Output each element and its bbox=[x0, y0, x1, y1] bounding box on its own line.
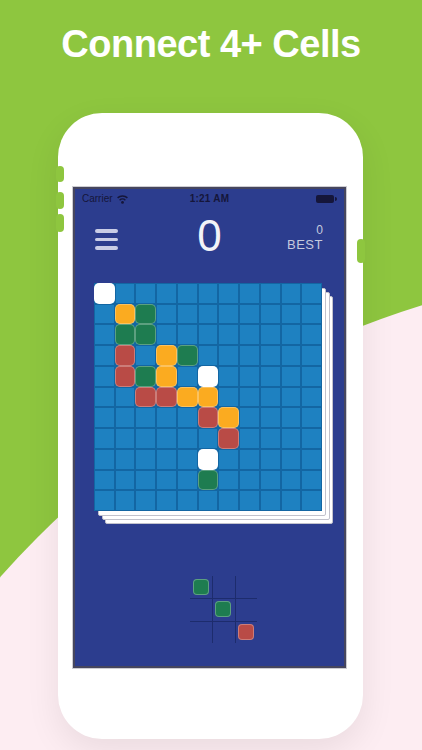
board-cell[interactable] bbox=[95, 367, 114, 386]
green-tile bbox=[135, 304, 156, 325]
yellow-tile bbox=[156, 345, 177, 366]
board-cell[interactable] bbox=[240, 325, 259, 344]
board-cell[interactable] bbox=[302, 367, 321, 386]
board-cell[interactable] bbox=[178, 429, 197, 448]
board-cell[interactable] bbox=[302, 408, 321, 427]
board-cell[interactable] bbox=[136, 491, 155, 510]
board-cell[interactable] bbox=[302, 325, 321, 344]
best-score-label: BEST bbox=[287, 237, 323, 252]
board-cell[interactable] bbox=[157, 408, 176, 427]
board-cell[interactable] bbox=[116, 388, 135, 407]
board-cell[interactable] bbox=[219, 429, 238, 448]
board-cell[interactable] bbox=[178, 284, 197, 303]
board-cell[interactable] bbox=[190, 576, 212, 598]
white-tile bbox=[198, 366, 219, 387]
board-cell[interactable] bbox=[282, 388, 301, 407]
board-cell[interactable] bbox=[199, 408, 218, 427]
board-cell[interactable] bbox=[235, 621, 257, 643]
red-tile bbox=[156, 387, 177, 408]
board-cell[interactable] bbox=[136, 471, 155, 490]
board-cell[interactable] bbox=[178, 325, 197, 344]
board-cell[interactable] bbox=[199, 471, 218, 490]
green-tile bbox=[135, 366, 156, 387]
board-cell[interactable] bbox=[302, 471, 321, 490]
board-cell[interactable] bbox=[116, 471, 135, 490]
board-cell[interactable] bbox=[219, 388, 238, 407]
board-cell[interactable] bbox=[212, 598, 234, 620]
board-cell[interactable] bbox=[199, 367, 218, 386]
board-cell[interactable] bbox=[95, 491, 114, 510]
board-cell[interactable] bbox=[240, 491, 259, 510]
board-cell[interactable] bbox=[178, 388, 197, 407]
board-stack bbox=[94, 283, 322, 511]
green-tile bbox=[198, 470, 219, 491]
board-cell[interactable] bbox=[178, 408, 197, 427]
board-cell[interactable] bbox=[302, 429, 321, 448]
board-cell[interactable] bbox=[178, 471, 197, 490]
board-cell[interactable] bbox=[199, 491, 218, 510]
board-cell[interactable] bbox=[261, 346, 280, 365]
board-cell[interactable] bbox=[219, 450, 238, 469]
board-cell[interactable] bbox=[219, 325, 238, 344]
status-bar: Carrier 1:21 AM bbox=[75, 189, 344, 208]
green-tile bbox=[177, 345, 198, 366]
board-cell[interactable] bbox=[219, 491, 238, 510]
volume-up-button bbox=[56, 192, 64, 209]
board-cell[interactable] bbox=[136, 367, 155, 386]
board-cell[interactable] bbox=[199, 450, 218, 469]
board-cell[interactable] bbox=[261, 388, 280, 407]
board-cell[interactable] bbox=[178, 450, 197, 469]
board-cell[interactable] bbox=[212, 621, 234, 643]
red-tile bbox=[135, 387, 156, 408]
board-cell[interactable] bbox=[178, 305, 197, 324]
next-piece-preview[interactable] bbox=[190, 576, 257, 643]
yellow-tile bbox=[218, 407, 239, 428]
white-tile bbox=[198, 449, 219, 470]
app-screen: Carrier 1:21 AM 0 0 BEST bbox=[73, 187, 346, 668]
red-tile bbox=[115, 345, 136, 366]
board-cell[interactable] bbox=[261, 429, 280, 448]
game-board[interactable] bbox=[94, 283, 322, 511]
board-cell[interactable] bbox=[282, 325, 301, 344]
board-cell[interactable] bbox=[95, 471, 114, 490]
board-cell[interactable] bbox=[282, 408, 301, 427]
board-cell[interactable] bbox=[136, 408, 155, 427]
board-cell[interactable] bbox=[199, 305, 218, 324]
board-cell[interactable] bbox=[157, 429, 176, 448]
board-cell[interactable] bbox=[178, 491, 197, 510]
board-cell[interactable] bbox=[157, 491, 176, 510]
board-cell[interactable] bbox=[178, 367, 197, 386]
board-cell[interactable] bbox=[261, 367, 280, 386]
board-cell[interactable] bbox=[136, 284, 155, 303]
board-cell[interactable] bbox=[157, 471, 176, 490]
board-cell[interactable] bbox=[199, 429, 218, 448]
board-cell[interactable] bbox=[95, 305, 114, 324]
board-cell[interactable] bbox=[157, 325, 176, 344]
board-cell[interactable] bbox=[282, 491, 301, 510]
board-cell[interactable] bbox=[302, 346, 321, 365]
board-cell[interactable] bbox=[302, 305, 321, 324]
board-cell[interactable] bbox=[157, 388, 176, 407]
board-cell[interactable] bbox=[199, 388, 218, 407]
board-cell[interactable] bbox=[136, 346, 155, 365]
board-cell[interactable] bbox=[95, 325, 114, 344]
board-cell[interactable] bbox=[95, 284, 114, 303]
green-tile bbox=[193, 579, 209, 595]
red-tile bbox=[218, 428, 239, 449]
wifi-icon bbox=[116, 194, 129, 204]
best-score-value: 0 bbox=[287, 224, 323, 237]
board-cell[interactable] bbox=[157, 284, 176, 303]
board-cell[interactable] bbox=[219, 367, 238, 386]
board-cell[interactable] bbox=[116, 305, 135, 324]
board-cell[interactable] bbox=[199, 346, 218, 365]
board-cell[interactable] bbox=[212, 576, 234, 598]
board-cell[interactable] bbox=[240, 305, 259, 324]
green-tile bbox=[215, 601, 231, 617]
board-cell[interactable] bbox=[235, 598, 257, 620]
board-cell[interactable] bbox=[261, 408, 280, 427]
board-cell[interactable] bbox=[282, 367, 301, 386]
yellow-tile bbox=[177, 387, 198, 408]
board-cell[interactable] bbox=[116, 429, 135, 448]
board-cell[interactable] bbox=[95, 429, 114, 448]
board-cell[interactable] bbox=[157, 367, 176, 386]
board-cell[interactable] bbox=[302, 284, 321, 303]
board-cell[interactable] bbox=[95, 408, 114, 427]
board-cell[interactable] bbox=[199, 284, 218, 303]
board-cell[interactable] bbox=[157, 450, 176, 469]
board-cell[interactable] bbox=[219, 471, 238, 490]
board-cell[interactable] bbox=[261, 450, 280, 469]
board-cell[interactable] bbox=[136, 450, 155, 469]
white-tile bbox=[94, 283, 115, 304]
red-tile bbox=[198, 407, 219, 428]
power-button bbox=[357, 239, 365, 263]
yellow-tile bbox=[198, 387, 219, 408]
yellow-tile bbox=[115, 304, 136, 325]
board-cell[interactable] bbox=[240, 388, 259, 407]
board-cell[interactable] bbox=[136, 305, 155, 324]
board-cell[interactable] bbox=[219, 346, 238, 365]
board-cell[interactable] bbox=[219, 284, 238, 303]
board-cell[interactable] bbox=[282, 450, 301, 469]
board-cell[interactable] bbox=[302, 450, 321, 469]
green-tile bbox=[115, 324, 136, 345]
board-cell[interactable] bbox=[136, 388, 155, 407]
board-cell[interactable] bbox=[235, 576, 257, 598]
board-cell[interactable] bbox=[116, 325, 135, 344]
board-cell[interactable] bbox=[240, 408, 259, 427]
board-cell[interactable] bbox=[240, 429, 259, 448]
board-cell[interactable] bbox=[261, 491, 280, 510]
board-cell[interactable] bbox=[199, 325, 218, 344]
battery-icon bbox=[316, 195, 334, 203]
board-cell[interactable] bbox=[178, 346, 197, 365]
best-score: 0 BEST bbox=[287, 224, 323, 252]
board-cell[interactable] bbox=[240, 367, 259, 386]
board-cell[interactable] bbox=[282, 471, 301, 490]
board-cell[interactable] bbox=[261, 471, 280, 490]
board-cell[interactable] bbox=[240, 284, 259, 303]
board-cell[interactable] bbox=[302, 491, 321, 510]
board-cell[interactable] bbox=[136, 429, 155, 448]
board-cell[interactable] bbox=[116, 346, 135, 365]
board-cell[interactable] bbox=[95, 388, 114, 407]
board-cell[interactable] bbox=[261, 284, 280, 303]
board-cell[interactable] bbox=[190, 598, 212, 620]
board-cell[interactable] bbox=[282, 305, 301, 324]
yellow-tile bbox=[156, 366, 177, 387]
board-cell[interactable] bbox=[282, 429, 301, 448]
board-cell[interactable] bbox=[95, 346, 114, 365]
board-cell[interactable] bbox=[240, 471, 259, 490]
board-cell[interactable] bbox=[116, 408, 135, 427]
board-cell[interactable] bbox=[261, 305, 280, 324]
board-cell[interactable] bbox=[157, 305, 176, 324]
board-cell[interactable] bbox=[240, 346, 259, 365]
board-cell[interactable] bbox=[116, 284, 135, 303]
board-cell[interactable] bbox=[240, 450, 259, 469]
volume-down-button bbox=[56, 214, 64, 232]
board-cell[interactable] bbox=[116, 367, 135, 386]
screenshot-title: Connect 4+ Cells bbox=[0, 21, 422, 67]
next-piece-grid bbox=[190, 576, 257, 643]
red-tile bbox=[238, 624, 254, 640]
green-tile bbox=[135, 324, 156, 345]
board-cell[interactable] bbox=[219, 408, 238, 427]
board-cell[interactable] bbox=[116, 491, 135, 510]
clock: 1:21 AM bbox=[190, 189, 229, 208]
board-cell[interactable] bbox=[282, 346, 301, 365]
carrier-label: Carrier bbox=[82, 193, 113, 204]
board-cell[interactable] bbox=[282, 284, 301, 303]
board-cell[interactable] bbox=[190, 621, 212, 643]
board-cell[interactable] bbox=[261, 325, 280, 344]
board-cell[interactable] bbox=[95, 450, 114, 469]
board-cell[interactable] bbox=[136, 325, 155, 344]
board-cell[interactable] bbox=[302, 388, 321, 407]
phone-frame: Carrier 1:21 AM 0 0 BEST bbox=[58, 113, 363, 739]
board-cell[interactable] bbox=[157, 346, 176, 365]
board-cell[interactable] bbox=[219, 305, 238, 324]
board-cell[interactable] bbox=[116, 450, 135, 469]
mute-switch bbox=[56, 166, 64, 182]
red-tile bbox=[115, 366, 136, 387]
